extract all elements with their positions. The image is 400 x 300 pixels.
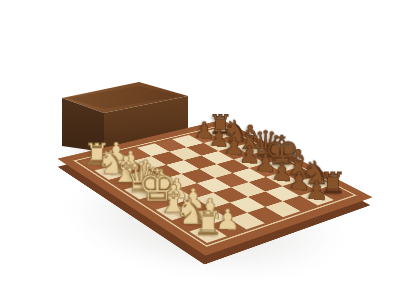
black-knight-glyph: ♞ [211, 116, 259, 146]
square-a5[interactable] [155, 139, 187, 151]
black-king-glyph: ♚ [257, 131, 307, 171]
square-c5[interactable] [184, 156, 217, 169]
black-pawn-glyph: ♟ [225, 142, 275, 167]
square-d6[interactable] [217, 160, 250, 173]
square-a6[interactable] [172, 135, 203, 147]
square-d7[interactable]: ♟ [234, 155, 266, 168]
square-d8[interactable]: ♛ [250, 151, 282, 164]
square-c7[interactable]: ♟ [218, 147, 250, 160]
square-b8[interactable]: ♞ [220, 135, 251, 147]
square-b6[interactable] [187, 143, 219, 156]
black-rook-glyph: ♜ [197, 111, 244, 138]
black-bishop-glyph: ♝ [226, 122, 274, 155]
square-d5[interactable] [199, 164, 232, 178]
black-pawn-glyph: ♟ [181, 119, 229, 143]
square-e8[interactable]: ♚ [266, 159, 298, 172]
square-e7[interactable]: ♟ [249, 164, 282, 178]
black-queen-glyph: ♛ [241, 126, 290, 163]
black-pawn-glyph: ♟ [210, 134, 259, 158]
chessboard-frame: ♜♞♝♛♚♝♞♜♟♟♟♟♟♟♟♟♟♟♟♟♟♟♟♟♜♞♝♛♚♝♞♜ [58, 120, 372, 256]
square-c6[interactable] [201, 151, 233, 164]
square-a7[interactable]: ♟ [189, 131, 220, 143]
black-pawn-glyph: ♟ [290, 178, 343, 204]
square-h1[interactable]: ♜ [189, 225, 227, 243]
board-scene: ♜♞♝♛♚♝♞♜♟♟♟♟♟♟♟♟♟♟♟♟♟♟♟♟♜♞♝♛♚♝♞♜ [0, 0, 400, 300]
square-c8[interactable]: ♝ [235, 143, 266, 155]
square-b7[interactable]: ♟ [203, 139, 234, 151]
black-pawn-glyph: ♟ [240, 151, 290, 176]
white-rook-glyph: ♜ [179, 207, 237, 241]
square-e6[interactable] [232, 168, 265, 182]
black-pawn-glyph: ♟ [195, 126, 243, 150]
square-a8[interactable]: ♜ [205, 127, 235, 139]
photo-scene: ♜♞♝♛♚♝♞♜♟♟♟♟♟♟♟♟♟♟♟♟♟♟♟♟♜♞♝♛♚♝♞♜ [0, 0, 400, 300]
